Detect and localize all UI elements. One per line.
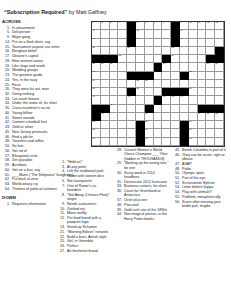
white-cell[interactable] [145,63,154,71]
white-cell[interactable] [145,30,154,38]
white-cell[interactable] [180,63,189,71]
white-cell[interactable]: 60 [189,138,198,146]
white-cell[interactable] [206,47,215,55]
clue-column-3: 28. Current Women's World Chess Champion… [114,148,169,221]
cell-number: 40 [92,96,94,99]
clue-number: 64. [2,187,10,191]
clue-number: 12. [57,216,65,220]
white-cell[interactable] [110,30,119,38]
clue-item: 49. Twizzlers and toffee [2,139,88,143]
white-cell[interactable] [171,138,180,146]
clue-text: The greatest grade [12,73,42,77]
white-cell[interactable] [154,121,163,129]
clue-text: Part of the eye [182,176,205,180]
cell-number: 54 [189,121,191,124]
white-cell[interactable]: 40 [92,96,101,104]
cell-number: 33 [189,71,191,74]
clue-text: Cross-examiner's no-no [12,106,50,110]
clue-item: 46. Find a job for [2,135,88,139]
white-cell[interactable] [145,47,154,55]
white-cell[interactable] [198,39,207,47]
white-cell[interactable] [118,80,127,88]
white-cell[interactable] [136,55,145,63]
white-cell[interactable] [118,88,127,96]
cell-number: 36 [145,80,147,83]
clue-number: 10. [57,207,65,211]
white-cell[interactable] [110,80,119,88]
clue-item: 18. How venison tastes [2,59,88,63]
white-cell[interactable]: 7 [154,22,163,30]
white-cell[interactable] [127,138,136,146]
white-cell[interactable]: 18 [136,39,145,47]
white-cell[interactable] [118,138,127,146]
white-cell[interactable]: 38 [136,88,145,96]
white-cell[interactable] [215,80,224,88]
white-cell[interactable] [206,121,215,129]
clue-item: 33. Business centers, for short [114,184,169,188]
white-cell[interactable] [198,80,207,88]
cell-number: 12 [207,22,209,25]
clue-item: 50. Olympic sport [172,171,229,175]
clue-number: 41. [2,116,10,120]
clue-text: Scary word in 2014 headlines [124,171,155,179]
cell-number: 10 [189,22,191,25]
white-cell[interactable] [215,88,224,96]
white-cell[interactable]: 33 [189,72,198,80]
white-cell[interactable]: 8 [162,22,171,30]
white-cell[interactable] [127,63,136,71]
clue-number: 58. [2,158,10,162]
white-cell[interactable] [198,30,207,38]
white-cell[interactable] [171,72,180,80]
clue-text: Olympic sport [182,171,204,175]
clue-number: 47. [172,162,180,166]
white-cell[interactable] [189,30,198,38]
white-cell[interactable] [189,96,198,104]
white-cell[interactable]: 27 [110,63,119,71]
white-cell[interactable]: 4 [118,22,127,30]
white-cell[interactable] [198,55,207,63]
clue-item: 55. Problem, metaphorically [172,195,229,199]
clue-text: Get on a bus, say [12,168,40,172]
clue-number: 50. [172,171,180,175]
clue-item: 45. New Jersey peninsula [2,130,88,134]
clue-item: 51. Part of the eye [172,176,229,180]
clue-item: 38. Procured [114,203,169,207]
white-cell[interactable] [215,129,224,137]
white-cell[interactable] [171,121,180,129]
black-cell [171,30,180,38]
white-cell[interactable] [162,113,171,121]
clue-number: 8. [57,193,65,197]
clue-text: “Sail Away (Orinoco Flow)” singer [67,193,109,201]
white-cell[interactable]: 24 [171,55,180,63]
clue-text: Find a job for [12,135,33,139]
white-cell[interactable] [127,80,136,88]
clue-item: 5. Doll person [2,30,88,34]
white-cell[interactable] [154,113,163,121]
cell-number: 47 [101,113,103,116]
cell-number: 29 [207,63,209,66]
white-cell[interactable] [127,55,136,63]
white-cell[interactable] [101,80,110,88]
clue-number: 16. [2,49,10,53]
clue-text: They can be acute, right or obtuse [182,153,225,161]
clue-text: Put on a flash drive, say [12,40,50,44]
white-cell[interactable] [136,63,145,71]
white-cell[interactable] [162,80,171,88]
clue-text: Play with animals? [182,190,212,194]
cell-number: 23 [119,55,121,58]
white-cell[interactable] [118,30,127,38]
cell-number: 53 [145,121,147,124]
clue-item: 32. Doing nothing [2,92,88,96]
page-title: “Subscription Required” by Matt Gaffney [4,9,107,15]
white-cell[interactable] [198,96,207,104]
clue-text: Ukraine's capital [12,54,38,58]
white-cell[interactable] [206,96,215,104]
white-cell[interactable] [189,47,198,55]
white-cell[interactable] [101,39,110,47]
white-cell[interactable]: 50 [206,113,215,121]
white-cell[interactable] [118,105,127,113]
clue-number: 46. [172,153,180,157]
white-cell[interactable] [171,63,180,71]
white-cell[interactable] [110,88,119,96]
white-cell[interactable] [171,80,180,88]
white-cell[interactable] [118,72,127,80]
crossword-grid[interactable]: 1234567891011121314151617181920212223242… [91,21,225,147]
clue-item: 26. Perfect [57,244,110,248]
cell-number: 7 [154,22,155,25]
clue-item: 39. Gold rush site of the 1890s [114,208,169,212]
white-cell[interactable]: 39 [189,88,198,96]
clue-number: 21. [57,230,65,234]
white-cell[interactable] [162,39,171,47]
white-cell[interactable]: 12 [206,22,215,30]
white-cell[interactable]: 36 [145,80,154,88]
cell-number: 9 [180,22,181,25]
clue-text: Get rid of [12,149,27,153]
cell-number: 14 [92,30,94,33]
white-cell[interactable] [189,105,198,113]
white-cell[interactable] [136,47,145,55]
white-cell[interactable] [118,121,127,129]
clue-item: 25. Ficus [2,83,88,87]
white-cell[interactable] [110,129,119,137]
white-cell[interactable] [215,72,224,80]
clue-number: 60. [2,168,10,172]
white-cell[interactable] [206,39,215,47]
white-cell[interactable] [206,88,215,96]
white-cell[interactable] [198,138,207,146]
white-cell[interactable]: 51 [215,113,224,121]
white-cell[interactable] [171,113,180,121]
clue-number: 13. [57,225,65,229]
white-cell[interactable] [118,39,127,47]
clue-number: 56. [172,200,180,204]
clue-item: 24. Yes, in the navy [2,78,88,82]
white-cell[interactable] [206,30,215,38]
white-cell[interactable] [110,39,119,47]
white-cell[interactable] [215,39,224,47]
white-cell[interactable] [162,138,171,146]
clue-item: 3. At any point [57,165,110,169]
white-cell[interactable]: 59 [145,138,154,146]
white-cell[interactable] [118,96,127,104]
white-cell[interactable]: 44 [180,96,189,104]
clue-text: Air freshener brand [67,249,98,253]
white-cell[interactable] [127,129,136,137]
clue-item: 48. Polite [172,167,229,171]
cell-number: 34 [92,80,94,83]
white-cell[interactable] [154,39,163,47]
clue-item: 16. Benghazi belief [2,49,88,53]
clue-item: 47. ASAP [172,162,229,166]
white-cell[interactable] [198,129,207,137]
black-cell [180,138,189,146]
clue-text: Themes of political cartoons [12,187,57,191]
white-cell[interactable]: 49 [198,113,207,121]
white-cell[interactable] [101,47,110,55]
white-cell[interactable] [154,88,163,96]
white-cell[interactable]: 45 [110,105,119,113]
white-cell[interactable] [110,121,119,129]
cell-number: 49 [198,113,200,116]
clue-text: Under the name of, for short [12,101,57,105]
white-cell[interactable] [162,47,171,55]
clue-number: 33. [114,184,122,188]
white-cell[interactable] [145,39,154,47]
clue-number: 28. [114,148,122,152]
clue-number: 4. [57,169,65,173]
white-cell[interactable]: 20 [92,47,101,55]
white-cell[interactable] [198,121,207,129]
black-cell [171,22,180,30]
white-cell[interactable] [180,105,189,113]
white-cell[interactable] [154,55,163,63]
white-cell[interactable]: 6 [145,22,154,30]
white-cell[interactable] [206,129,215,137]
white-cell[interactable] [127,121,136,129]
white-cell[interactable]: 23 [118,55,127,63]
clue-item: 45. British Columbia is part of it [172,148,229,152]
white-cell[interactable]: 32 [154,72,163,80]
clue-text: How venison tastes [12,59,43,63]
black-cell [136,129,145,137]
white-cell[interactable] [198,63,207,71]
white-cell[interactable] [136,105,145,113]
white-cell[interactable] [118,129,127,137]
clue-item: 56. Score after missing your birdie putt… [172,200,229,209]
clue-number: 20. [2,68,10,72]
white-cell[interactable] [127,113,136,121]
cell-number: 8 [163,22,164,25]
clue-text: Destructive 2012 hurricane [124,180,167,184]
white-cell[interactable] [154,47,163,55]
white-cell[interactable] [215,30,224,38]
clue-item: 17. Ukraine's capital [2,54,88,58]
white-cell[interactable] [180,80,189,88]
clue-text: Problem, metaphorically [182,195,221,199]
white-cell[interactable] [110,138,119,146]
clue-text: Requests information [12,202,46,206]
clue-item: 23. The greatest grade [2,73,88,77]
white-cell[interactable]: 42 [162,96,171,104]
black-cell [215,47,224,55]
white-cell[interactable] [110,113,119,121]
white-cell[interactable] [162,30,171,38]
clue-item: 42. Commit a football foul [2,120,88,124]
clue-number: 38. [114,203,122,207]
clue-number: 31. [114,180,122,184]
cell-number: 26 [101,63,103,66]
white-cell[interactable] [154,129,163,137]
clue-item: 31. Destructive 2012 hurricane [114,180,169,184]
cell-number: 11 [198,22,200,25]
white-cell[interactable] [101,121,110,129]
white-cell[interactable] [162,72,171,80]
white-cell[interactable]: 30 [215,63,224,71]
clue-number: 26. [57,244,65,248]
white-cell[interactable] [171,129,180,137]
clue-number: 61. [2,173,10,177]
clue-number: 35. [2,106,10,110]
clue-text: Business centers, for short [124,184,167,188]
cell-number: 1 [92,22,93,25]
clue-number: 19. [2,64,10,68]
clue-item: 9. Major gang [2,35,88,39]
clue-number: 18. [2,59,10,63]
white-cell[interactable]: 29 [206,63,215,71]
white-cell[interactable] [154,30,163,38]
clue-number: 32. [2,92,10,96]
white-cell[interactable] [198,47,207,55]
white-cell[interactable]: 13 [215,22,224,30]
white-cell[interactable] [206,72,215,80]
white-cell[interactable] [101,88,110,96]
clue-number: 3. [57,165,65,169]
white-cell[interactable]: 43 [171,96,180,104]
white-cell[interactable] [145,96,154,104]
clue-text: Twizzlers and toffee [12,139,44,143]
cell-number: 31 [92,71,94,74]
cell-number: 15 [136,30,138,33]
white-cell[interactable]: 2 [101,22,110,30]
clue-number: 56. [2,149,10,153]
white-cell[interactable] [136,96,145,104]
white-cell[interactable] [206,138,215,146]
white-cell[interactable] [189,55,198,63]
white-cell[interactable] [198,72,207,80]
white-cell[interactable] [145,88,154,96]
clue-text: Gold or silver [12,125,33,129]
white-cell[interactable] [206,80,215,88]
clue-text: Screenwriter Ephron [182,181,215,185]
white-cell[interactable] [101,30,110,38]
white-cell[interactable] [215,96,224,104]
clue-text: One of Rome's co-founders [67,184,97,192]
clue-text: Commit a football foul [12,120,47,124]
white-cell[interactable] [118,113,127,121]
white-cell[interactable]: 3 [110,22,119,30]
white-cell[interactable] [180,47,189,55]
white-cell[interactable] [198,88,207,96]
clue-item: 1. In amazement [2,26,88,30]
white-cell[interactable] [101,138,110,146]
clue-text: New Jersey peninsula [12,130,47,134]
clue-item: 12. Pet food brand with a pawprint logo [57,216,110,225]
white-cell[interactable] [180,113,189,121]
white-cell[interactable] [101,96,110,104]
white-cell[interactable]: 21 [127,47,136,55]
white-cell[interactable] [215,121,224,129]
white-cell[interactable] [110,47,119,55]
white-cell[interactable] [110,72,119,80]
down-clue-list-part3: 28. Current Women's World Chess Champion… [114,148,169,221]
black-cell [127,30,136,38]
white-cell[interactable]: 26 [101,63,110,71]
clue-text: Yes, in the navy [12,78,37,82]
clue-text: Letter before kappa [182,185,213,189]
white-cell[interactable] [162,105,171,113]
white-cell[interactable] [189,39,198,47]
clue-item: 21. “Morning Edition” network [57,230,110,234]
cell-number: 38 [136,88,138,91]
cell-number: 37 [92,88,94,91]
white-cell[interactable] [145,55,154,63]
white-cell[interactable] [162,129,171,137]
clue-item: 40. Young fellow [2,111,88,115]
white-cell[interactable]: 41 [127,96,136,104]
cell-number: 39 [189,88,191,91]
white-cell[interactable] [101,72,110,80]
clue-number: 22. [57,235,65,239]
white-cell[interactable] [136,113,145,121]
cell-number: 50 [207,113,209,116]
white-cell[interactable]: 19 [180,39,189,47]
cell-number: 35 [136,80,138,83]
clue-number: 46. [2,135,10,139]
white-cell[interactable] [215,138,224,146]
white-cell[interactable] [180,55,189,63]
clue-text: Wedding groups [12,68,38,72]
white-cell[interactable] [101,129,110,137]
white-cell[interactable] [162,121,171,129]
cell-number: 28 [163,63,165,66]
clue-text: Perfect [67,244,78,248]
white-cell[interactable] [154,138,163,146]
white-cell[interactable]: 28 [162,63,171,71]
clue-item: 4. Left the traditional path [57,169,110,173]
white-cell[interactable] [118,63,127,71]
white-cell[interactable]: 10 [189,22,198,30]
white-cell[interactable] [154,80,163,88]
white-cell[interactable] [171,105,180,113]
white-cell[interactable] [127,105,136,113]
white-cell[interactable]: 58 [92,138,101,146]
clue-item: 15. Tournament anyone can enter [2,45,88,49]
white-cell[interactable]: 11 [198,22,207,30]
clue-number: 26. [2,87,10,91]
cell-number: 16 [180,30,182,33]
white-cell[interactable]: 46 [154,105,163,113]
clue-item: 27. Air freshener brand [57,249,110,253]
cell-number: 51 [216,113,218,116]
clue-text: Move swiftly [67,211,87,215]
clue-item: 35. Cross-examiner's no-no [2,106,88,110]
white-cell[interactable]: 47 [101,113,110,121]
